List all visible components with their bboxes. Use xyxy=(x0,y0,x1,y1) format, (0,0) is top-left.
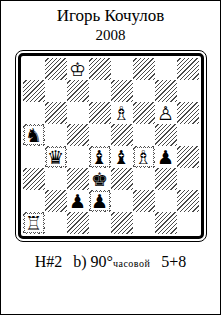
square-c4 xyxy=(67,146,89,168)
square-a1: ♖ xyxy=(23,212,45,234)
square-f1 xyxy=(133,212,155,234)
square-a2 xyxy=(23,190,45,212)
square-c6 xyxy=(67,102,89,124)
square-b2 xyxy=(45,190,67,212)
board-outer-frame: ♔♗♙♞♛♝♝♗♟♚♟♟♖ xyxy=(15,50,207,242)
square-a4 xyxy=(23,146,45,168)
square-b7 xyxy=(45,80,67,102)
square-f3 xyxy=(133,168,155,190)
square-e4: ♝ xyxy=(111,146,133,168)
square-h5 xyxy=(177,124,199,146)
square-f6 xyxy=(133,102,155,124)
board-inner-frame: ♔♗♙♞♛♝♝♗♟♚♟♟♖ xyxy=(18,53,204,239)
stipulation: H#2 xyxy=(35,253,63,270)
square-g3 xyxy=(155,168,177,190)
square-a7 xyxy=(23,80,45,102)
piece-black-K-d3: ♚ xyxy=(90,169,110,189)
piece-white-P-g6: ♙ xyxy=(156,103,176,123)
piece-black-P-g4: ♟ xyxy=(156,147,176,167)
square-c5 xyxy=(67,124,89,146)
square-d8 xyxy=(89,58,111,80)
caption: H#2b) 90°часовой5+8 xyxy=(1,253,220,271)
square-g6: ♙ xyxy=(155,102,177,124)
square-d6 xyxy=(89,102,111,124)
piece-black-Q-b4: ♛ xyxy=(46,147,66,167)
square-h6 xyxy=(177,102,199,124)
square-e2 xyxy=(111,190,133,212)
square-d2: ♟ xyxy=(89,190,111,212)
square-g7 xyxy=(155,80,177,102)
board-area: ♔♗♙♞♛♝♝♗♟♚♟♟♖ xyxy=(1,50,220,242)
piece-white-B-f4: ♗ xyxy=(134,147,154,167)
square-f7 xyxy=(133,80,155,102)
piece-white-K-c8: ♔ xyxy=(68,59,88,79)
problem-diagram-page: Игорь Кочулов 2008 ♔♗♙♞♛♝♝♗♟♚♟♟♖ H#2b) 9… xyxy=(0,0,221,315)
square-g8 xyxy=(155,58,177,80)
square-e5 xyxy=(111,124,133,146)
square-e1 xyxy=(111,212,133,234)
chessboard: ♔♗♙♞♛♝♝♗♟♚♟♟♖ xyxy=(23,58,199,234)
piece-black-N-a5: ♞ xyxy=(24,125,44,145)
square-h2 xyxy=(177,190,199,212)
piece-black-B-e4: ♝ xyxy=(112,147,132,167)
piece-black-P-c2: ♟ xyxy=(68,191,88,211)
square-b3 xyxy=(45,168,67,190)
square-c2: ♟ xyxy=(67,190,89,212)
piece-black-P-d2: ♟ xyxy=(90,191,110,211)
square-b4: ♛ xyxy=(45,146,67,168)
square-f8 xyxy=(133,58,155,80)
square-e3 xyxy=(111,168,133,190)
square-g4: ♟ xyxy=(155,146,177,168)
twin-note: часовой xyxy=(113,258,150,269)
square-c1 xyxy=(67,212,89,234)
square-a6 xyxy=(23,102,45,124)
square-h3 xyxy=(177,168,199,190)
square-f5 xyxy=(133,124,155,146)
square-f2 xyxy=(133,190,155,212)
square-a5: ♞ xyxy=(23,124,45,146)
square-b5 xyxy=(45,124,67,146)
square-d4: ♝ xyxy=(89,146,111,168)
square-c8: ♔ xyxy=(67,58,89,80)
piece-white-R-a1: ♖ xyxy=(24,213,44,233)
square-h7 xyxy=(177,80,199,102)
square-d5 xyxy=(89,124,111,146)
square-d1 xyxy=(89,212,111,234)
square-a3 xyxy=(23,168,45,190)
square-h8 xyxy=(177,58,199,80)
square-g1 xyxy=(155,212,177,234)
square-c3 xyxy=(67,168,89,190)
square-d3: ♚ xyxy=(89,168,111,190)
square-g2 xyxy=(155,190,177,212)
piece-white-B-e6: ♗ xyxy=(112,103,132,123)
square-c7 xyxy=(67,80,89,102)
square-e8 xyxy=(111,58,133,80)
square-b8 xyxy=(45,58,67,80)
author-name: Игорь Кочулов xyxy=(1,6,220,26)
square-a8 xyxy=(23,58,45,80)
square-h1 xyxy=(177,212,199,234)
square-h4 xyxy=(177,146,199,168)
square-d7 xyxy=(89,80,111,102)
square-g5 xyxy=(155,124,177,146)
square-f4: ♗ xyxy=(133,146,155,168)
square-b6 xyxy=(45,102,67,124)
square-b1 xyxy=(45,212,67,234)
square-e6: ♗ xyxy=(111,102,133,124)
square-e7 xyxy=(111,80,133,102)
publication-year: 2008 xyxy=(1,26,220,44)
piece-count: 5+8 xyxy=(161,253,186,270)
piece-black-B-d4: ♝ xyxy=(90,147,110,167)
title-block: Игорь Кочулов 2008 xyxy=(1,1,220,44)
twin-label: b) 90° xyxy=(73,253,113,270)
